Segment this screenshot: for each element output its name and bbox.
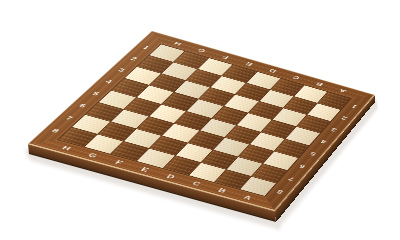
product-photo-canvas: HGFEDCBA HGFEDCBA 12345678 12345678: [0, 0, 400, 240]
chess-board: HGFEDCBA HGFEDCBA 12345678 12345678: [28, 31, 375, 211]
